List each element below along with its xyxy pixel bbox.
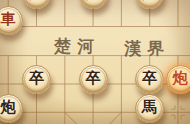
river-label-chu-he: 楚河 bbox=[54, 35, 100, 58]
piece-glyph: 車 bbox=[0, 7, 22, 34]
xiangqi-board[interactable]: 楚河 漢界 兵 兵 兵 車 卒 卒 卒 炮 炮 馬 bbox=[0, 0, 190, 124]
piece-glyph: 兵 bbox=[23, 0, 50, 8]
piece-glyph: 兵 bbox=[136, 0, 163, 8]
piece-glyph: 兵 bbox=[80, 0, 107, 8]
piece-red-soldier-c[interactable]: 兵 bbox=[135, 0, 164, 9]
piece-black-soldier-c[interactable]: 卒 bbox=[135, 65, 164, 94]
piece-red-soldier-b[interactable]: 兵 bbox=[79, 0, 108, 9]
piece-glyph: 卒 bbox=[80, 66, 107, 93]
piece-glyph: 炮 bbox=[167, 66, 191, 93]
piece-glyph: 馬 bbox=[136, 95, 163, 122]
piece-black-soldier-b[interactable]: 卒 bbox=[79, 65, 108, 94]
position-marker bbox=[171, 105, 185, 119]
piece-glyph: 卒 bbox=[23, 66, 50, 93]
piece-red-soldier-a[interactable]: 兵 bbox=[22, 0, 51, 9]
piece-glyph: 炮 bbox=[0, 95, 22, 122]
piece-glyph: 卒 bbox=[136, 66, 163, 93]
piece-red-cannon[interactable]: 炮 bbox=[166, 65, 191, 94]
piece-black-cannon[interactable]: 炮 bbox=[0, 94, 23, 123]
river-label-han-jie: 漢界 bbox=[124, 37, 170, 60]
piece-red-chariot[interactable]: 車 bbox=[0, 6, 23, 35]
piece-black-horse[interactable]: 馬 bbox=[135, 94, 164, 123]
piece-black-soldier-a[interactable]: 卒 bbox=[22, 65, 51, 94]
